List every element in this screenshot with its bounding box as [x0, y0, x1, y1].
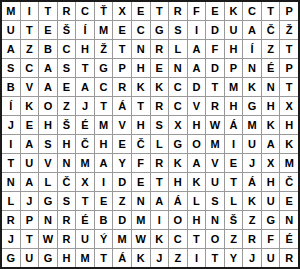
grid-cell[interactable]: L	[151, 135, 169, 153]
grid-cell[interactable]: T	[95, 249, 113, 267]
grid-cell[interactable]: J	[243, 249, 261, 267]
grid-cell[interactable]: T	[95, 97, 113, 115]
grid-cell[interactable]: Í	[243, 40, 261, 58]
grid-cell[interactable]: M	[206, 135, 224, 153]
grid-cell[interactable]: H	[225, 97, 243, 115]
grid-cell[interactable]: X	[262, 154, 280, 172]
grid-cell[interactable]: S	[39, 135, 57, 153]
grid-cell[interactable]: M	[280, 154, 298, 172]
grid-cell[interactable]: J	[243, 154, 261, 172]
grid-cell[interactable]: T	[113, 40, 131, 58]
grid-cell[interactable]: L	[188, 192, 206, 210]
grid-cell[interactable]: D	[206, 21, 224, 39]
grid-cell[interactable]: G	[243, 97, 261, 115]
grid-cell[interactable]: A	[2, 40, 20, 58]
grid-cell[interactable]: A	[188, 40, 206, 58]
grid-cell[interactable]: X	[113, 2, 131, 20]
grid-cell[interactable]: S	[169, 21, 187, 39]
grid-cell[interactable]: O	[188, 135, 206, 153]
grid-cell[interactable]: Z	[58, 97, 76, 115]
grid-cell[interactable]: G	[39, 249, 57, 267]
grid-cell[interactable]: U	[21, 154, 39, 172]
grid-cell[interactable]: Y	[225, 249, 243, 267]
grid-cell[interactable]: L	[169, 40, 187, 58]
grid-cell[interactable]: C	[132, 21, 150, 39]
grid-cell[interactable]: N	[262, 78, 280, 96]
grid-cell[interactable]: I	[2, 135, 20, 153]
grid-cell[interactable]: T	[206, 249, 224, 267]
grid-cell[interactable]: M	[76, 154, 94, 172]
grid-cell[interactable]: S	[206, 192, 224, 210]
grid-cell[interactable]: U	[2, 21, 20, 39]
grid-cell[interactable]: V	[39, 154, 57, 172]
grid-cell[interactable]: C	[169, 78, 187, 96]
grid-cell[interactable]: I	[225, 135, 243, 153]
grid-cell[interactable]: N	[132, 192, 150, 210]
grid-cell[interactable]: K	[262, 116, 280, 134]
grid-cell[interactable]: N	[280, 211, 298, 229]
grid-cell[interactable]: T	[76, 59, 94, 77]
grid-cell[interactable]: Ž	[95, 40, 113, 58]
grid-cell[interactable]: M	[113, 230, 131, 248]
grid-cell[interactable]: T	[225, 173, 243, 191]
grid-cell[interactable]: K	[280, 135, 298, 153]
grid-cell[interactable]: Ž	[280, 21, 298, 39]
grid-cell[interactable]: C	[243, 2, 261, 20]
grid-cell[interactable]: E	[206, 2, 224, 20]
grid-cell[interactable]: U	[21, 249, 39, 267]
grid-cell[interactable]: A	[262, 135, 280, 153]
grid-cell[interactable]: R	[58, 2, 76, 20]
grid-cell[interactable]: A	[188, 154, 206, 172]
grid-cell[interactable]: M	[225, 78, 243, 96]
grid-cell[interactable]: Č	[262, 21, 280, 39]
grid-cell[interactable]: Š	[58, 116, 76, 134]
grid-cell[interactable]: E	[113, 21, 131, 39]
grid-cell[interactable]: H	[76, 40, 94, 58]
grid-cell[interactable]: E	[225, 154, 243, 172]
grid-cell[interactable]: Y	[113, 154, 131, 172]
grid-cell[interactable]: I	[151, 211, 169, 229]
grid-cell[interactable]: X	[76, 173, 94, 191]
grid-cell[interactable]: E	[280, 192, 298, 210]
grid-cell[interactable]: Z	[169, 249, 187, 267]
grid-cell[interactable]: H	[280, 116, 298, 134]
grid-cell[interactable]: H	[132, 116, 150, 134]
grid-cell[interactable]: A	[243, 21, 261, 39]
grid-cell[interactable]: K	[151, 78, 169, 96]
grid-cell[interactable]: O	[206, 230, 224, 248]
grid-cell[interactable]: A	[21, 135, 39, 153]
grid-cell[interactable]: C	[21, 59, 39, 77]
grid-cell[interactable]: B	[2, 78, 20, 96]
grid-cell[interactable]: K	[21, 97, 39, 115]
grid-cell[interactable]: Ť	[95, 2, 113, 20]
grid-cell[interactable]: C	[169, 97, 187, 115]
grid-cell[interactable]: J	[2, 116, 20, 134]
grid-cell[interactable]: É	[76, 116, 94, 134]
grid-cell[interactable]: E	[39, 21, 57, 39]
grid-cell[interactable]: C	[169, 230, 187, 248]
grid-cell[interactable]: T	[21, 21, 39, 39]
grid-cell[interactable]: Á	[243, 173, 261, 191]
grid-cell[interactable]: W	[39, 230, 57, 248]
grid-cell[interactable]: B	[39, 40, 57, 58]
grid-cell[interactable]: R	[58, 230, 76, 248]
grid-cell[interactable]: R	[206, 97, 224, 115]
grid-cell[interactable]: É	[262, 59, 280, 77]
grid-cell[interactable]: Z	[225, 230, 243, 248]
grid-cell[interactable]: U	[206, 173, 224, 191]
grid-cell[interactable]: G	[169, 135, 187, 153]
grid-cell[interactable]: U	[76, 230, 94, 248]
grid-cell[interactable]: T	[21, 230, 39, 248]
grid-cell[interactable]: J	[76, 97, 94, 115]
grid-cell[interactable]: K	[243, 192, 261, 210]
grid-cell[interactable]: L	[2, 192, 20, 210]
grid-cell[interactable]: M	[76, 249, 94, 267]
grid-cell[interactable]: R	[169, 2, 187, 20]
grid-cell[interactable]: S	[151, 116, 169, 134]
grid-cell[interactable]: A	[39, 78, 57, 96]
grid-cell[interactable]: H	[39, 116, 57, 134]
grid-cell[interactable]: H	[262, 173, 280, 191]
grid-cell[interactable]: B	[95, 211, 113, 229]
grid-cell[interactable]: G	[39, 192, 57, 210]
grid-cell[interactable]: A	[188, 59, 206, 77]
grid-cell[interactable]: T	[2, 154, 20, 172]
grid-cell[interactable]: P	[21, 211, 39, 229]
grid-cell[interactable]: X	[280, 97, 298, 115]
grid-cell[interactable]: G	[151, 21, 169, 39]
grid-cell[interactable]: N	[2, 173, 20, 191]
grid-cell[interactable]: M	[132, 211, 150, 229]
grid-cell[interactable]: T	[262, 2, 280, 20]
grid-cell[interactable]: T	[76, 192, 94, 210]
grid-cell[interactable]: Á	[169, 192, 187, 210]
grid-cell[interactable]: T	[280, 40, 298, 58]
grid-cell[interactable]: K	[188, 173, 206, 191]
grid-cell[interactable]: S	[58, 192, 76, 210]
grid-cell[interactable]: U	[262, 249, 280, 267]
grid-cell[interactable]: V	[206, 154, 224, 172]
grid-cell[interactable]: Á	[113, 97, 131, 115]
grid-cell[interactable]: S	[58, 59, 76, 77]
grid-cell[interactable]: I	[188, 249, 206, 267]
grid-cell[interactable]: N	[58, 154, 76, 172]
grid-cell[interactable]: K	[132, 249, 150, 267]
grid-cell[interactable]: I	[21, 2, 39, 20]
grid-cell[interactable]: H	[95, 135, 113, 153]
grid-cell[interactable]: O	[169, 211, 187, 229]
grid-cell[interactable]: L	[225, 192, 243, 210]
grid-cell[interactable]: H	[132, 59, 150, 77]
grid-cell[interactable]: Č	[132, 135, 150, 153]
grid-cell[interactable]: A	[95, 154, 113, 172]
grid-cell[interactable]: V	[188, 97, 206, 115]
grid-cell[interactable]: Í	[2, 97, 20, 115]
grid-cell[interactable]: A	[21, 173, 39, 191]
grid-cell[interactable]: T	[151, 2, 169, 20]
grid-cell[interactable]: Č	[280, 173, 298, 191]
grid-cell[interactable]: Č	[76, 135, 94, 153]
grid-cell[interactable]: C	[76, 2, 94, 20]
grid-cell[interactable]: Z	[113, 192, 131, 210]
grid-cell[interactable]: K	[169, 154, 187, 172]
grid-cell[interactable]: R	[151, 154, 169, 172]
grid-cell[interactable]: A	[76, 78, 94, 96]
grid-cell[interactable]: M	[2, 2, 20, 20]
grid-cell[interactable]: Š	[58, 21, 76, 39]
grid-cell[interactable]: F	[206, 40, 224, 58]
grid-cell[interactable]: M	[95, 21, 113, 39]
grid-cell[interactable]: T	[132, 97, 150, 115]
grid-cell[interactable]: H	[169, 173, 187, 191]
grid-cell[interactable]: G	[2, 249, 20, 267]
grid-cell[interactable]: U	[225, 21, 243, 39]
grid-cell[interactable]: P	[280, 2, 298, 20]
grid-cell[interactable]: É	[280, 230, 298, 248]
grid-cell[interactable]: J	[2, 230, 20, 248]
grid-cell[interactable]: T	[151, 173, 169, 191]
grid-cell[interactable]: Í	[76, 21, 94, 39]
grid-cell[interactable]: S	[2, 59, 20, 77]
grid-cell[interactable]: M	[95, 116, 113, 134]
grid-cell[interactable]: R	[280, 249, 298, 267]
grid-cell[interactable]: J	[21, 192, 39, 210]
grid-cell[interactable]: W	[206, 116, 224, 134]
grid-cell[interactable]: D	[188, 78, 206, 96]
grid-cell[interactable]: Č	[58, 173, 76, 191]
grid-cell[interactable]: C	[95, 78, 113, 96]
grid-cell[interactable]: R	[113, 78, 131, 96]
grid-cell[interactable]: N	[206, 211, 224, 229]
grid-cell[interactable]: J	[151, 249, 169, 267]
grid-cell[interactable]: F	[262, 230, 280, 248]
grid-cell[interactable]: R	[151, 97, 169, 115]
grid-cell[interactable]: N	[39, 211, 57, 229]
grid-cell[interactable]: L	[39, 173, 57, 191]
grid-cell[interactable]: Ý	[95, 230, 113, 248]
grid-cell[interactable]: X	[169, 116, 187, 134]
grid-cell[interactable]: V	[113, 116, 131, 134]
grid-cell[interactable]: E	[151, 59, 169, 77]
grid-cell[interactable]: N	[169, 59, 187, 77]
grid-cell[interactable]: G	[262, 211, 280, 229]
grid-cell[interactable]: Š	[225, 211, 243, 229]
grid-cell[interactable]: É	[76, 211, 94, 229]
grid-cell[interactable]: E	[132, 173, 150, 191]
grid-cell[interactable]: T	[206, 78, 224, 96]
grid-cell[interactable]: A	[151, 192, 169, 210]
grid-cell[interactable]: V	[21, 78, 39, 96]
grid-cell[interactable]: R	[243, 230, 261, 248]
grid-cell[interactable]: K	[151, 230, 169, 248]
grid-cell[interactable]: N	[243, 59, 261, 77]
grid-cell[interactable]: K	[243, 78, 261, 96]
grid-cell[interactable]: O	[39, 97, 57, 115]
grid-cell[interactable]: R	[151, 40, 169, 58]
grid-cell[interactable]: E	[21, 116, 39, 134]
grid-cell[interactable]: E	[58, 78, 76, 96]
grid-cell[interactable]: Á	[113, 249, 131, 267]
grid-cell[interactable]: H	[188, 211, 206, 229]
grid-cell[interactable]: K	[225, 2, 243, 20]
grid-cell[interactable]: Á	[225, 116, 243, 134]
grid-cell[interactable]: Z	[262, 40, 280, 58]
grid-cell[interactable]: F	[132, 154, 150, 172]
grid-cell[interactable]: E	[132, 2, 150, 20]
grid-cell[interactable]: H	[58, 249, 76, 267]
grid-cell[interactable]: Z	[21, 40, 39, 58]
grid-cell[interactable]: E	[95, 192, 113, 210]
grid-cell[interactable]: H	[188, 116, 206, 134]
grid-cell[interactable]: F	[188, 2, 206, 20]
grid-cell[interactable]: D	[113, 173, 131, 191]
grid-cell[interactable]: I	[95, 173, 113, 191]
grid-cell[interactable]: D	[113, 211, 131, 229]
grid-cell[interactable]: P	[225, 59, 243, 77]
grid-cell[interactable]: E	[113, 135, 131, 153]
grid-cell[interactable]: P	[280, 59, 298, 77]
grid-cell[interactable]: D	[206, 59, 224, 77]
grid-cell[interactable]: R	[58, 211, 76, 229]
grid-cell[interactable]: C	[58, 40, 76, 58]
grid-cell[interactable]: H	[225, 40, 243, 58]
grid-cell[interactable]: H	[262, 97, 280, 115]
grid-cell[interactable]: H	[58, 135, 76, 153]
grid-cell[interactable]: U	[243, 135, 261, 153]
grid-cell[interactable]: I	[188, 21, 206, 39]
word-search-grid: MITRCŤXETRFEKCTPUTEŠÍMECGSIDUAČŽAZBCHŽTN…	[0, 0, 300, 269]
grid-cell[interactable]: M	[243, 116, 261, 134]
grid-cell[interactable]: A	[39, 59, 57, 77]
grid-cell[interactable]: T	[188, 230, 206, 248]
grid-cell[interactable]: G	[95, 59, 113, 77]
grid-cell[interactable]: K	[132, 78, 150, 96]
grid-cell[interactable]: Z	[243, 211, 261, 229]
grid-cell[interactable]: W	[132, 230, 150, 248]
grid-cell[interactable]: T	[280, 78, 298, 96]
grid-cell[interactable]: N	[132, 40, 150, 58]
grid-cell[interactable]: T	[39, 2, 57, 20]
grid-cell[interactable]: R	[2, 211, 20, 229]
grid-cell[interactable]: P	[113, 59, 131, 77]
grid-cell[interactable]: U	[262, 192, 280, 210]
